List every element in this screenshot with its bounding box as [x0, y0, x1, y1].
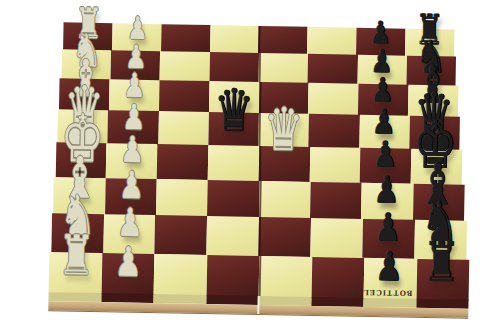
square-f6[interactable]: [310, 182, 362, 220]
white-rook-h1[interactable]: ♜: [57, 228, 95, 283]
chess-board: BOTTICELLI♜♞♝♛♚♝♞♜♟♟♟♟♟♟♟♟♛♛♟♟♟♟♟♟♟♟♜♞♝♛…: [0, 0, 500, 325]
chess-set-photo: BOTTICELLI♜♞♝♛♚♝♞♜♟♟♟♟♟♟♟♟♛♛♟♟♟♟♟♟♟♟♜♞♝♛…: [0, 0, 500, 325]
square-f3[interactable]: [156, 179, 208, 217]
square-g6[interactable]: [310, 218, 363, 258]
black-pawn-g7[interactable]: ♟: [374, 208, 401, 247]
square-c6[interactable]: [308, 83, 358, 115]
white-pawn-h2[interactable]: ♟: [114, 241, 142, 282]
square-a4[interactable]: [210, 25, 259, 54]
square-e3[interactable]: [157, 144, 208, 180]
square-b3[interactable]: [160, 51, 210, 82]
white-pawn-g2[interactable]: ♟: [116, 203, 143, 242]
square-h3[interactable]: [154, 254, 207, 296]
square-g3[interactable]: [155, 215, 208, 255]
square-c3[interactable]: [159, 80, 209, 112]
square-d3[interactable]: [158, 111, 209, 145]
square-a3[interactable]: [161, 24, 210, 53]
square-h4[interactable]: [206, 255, 259, 297]
black-pawn-h7[interactable]: ♟: [375, 246, 403, 287]
square-f5[interactable]: [259, 181, 311, 219]
black-rook-h8[interactable]: ♜: [423, 234, 461, 289]
white-queen-d5[interactable]: ♛: [263, 99, 304, 159]
square-a6[interactable]: [307, 27, 356, 56]
square-h5[interactable]: [259, 256, 312, 298]
square-e4[interactable]: [208, 145, 259, 181]
square-a5[interactable]: [258, 26, 307, 55]
square-e6[interactable]: [309, 147, 360, 183]
square-f4[interactable]: [207, 180, 259, 218]
square-d6[interactable]: [309, 114, 360, 148]
fold-seam: [257, 296, 259, 314]
black-queen-d4[interactable]: ♛: [214, 81, 255, 141]
square-g5[interactable]: [259, 217, 312, 257]
square-b5[interactable]: [259, 53, 309, 84]
square-g4[interactable]: [207, 216, 260, 256]
square-b6[interactable]: [308, 54, 358, 85]
